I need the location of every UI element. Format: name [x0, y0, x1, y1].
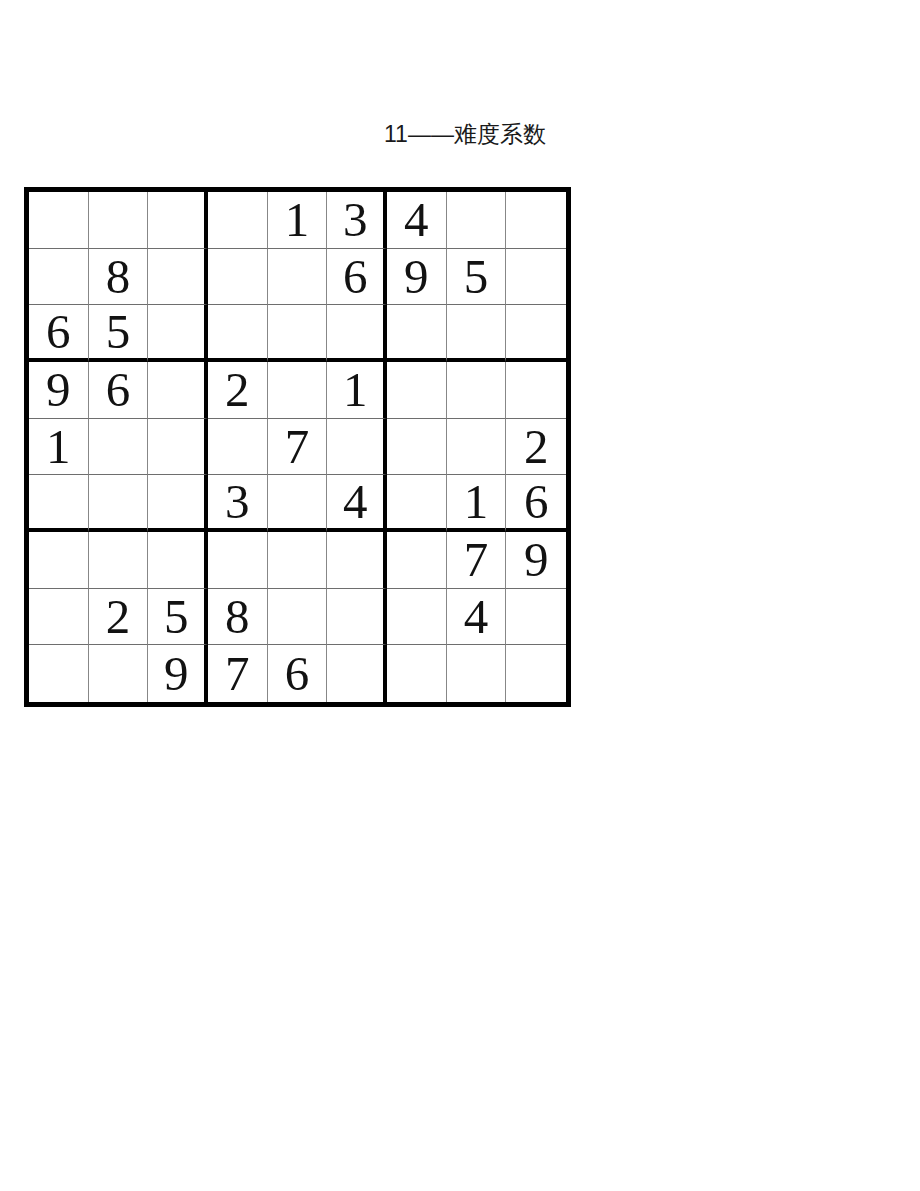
cell-r8c6[interactable]: [327, 589, 387, 646]
cell-r2c5[interactable]: [268, 249, 328, 306]
cell-r4c8[interactable]: [447, 362, 507, 419]
cell-r5c6[interactable]: [327, 419, 387, 476]
cell-r1c8[interactable]: [447, 192, 507, 249]
cell-r6c5[interactable]: [268, 475, 328, 532]
cell-r3c5[interactable]: [268, 305, 328, 362]
cell-r8c8[interactable]: 4: [447, 589, 507, 646]
cell-r1c6[interactable]: 3: [327, 192, 387, 249]
cell-r9c2[interactable]: [89, 645, 149, 702]
cell-r9c7[interactable]: [387, 645, 447, 702]
cell-r5c3[interactable]: [148, 419, 208, 476]
cell-r3c2[interactable]: 5: [89, 305, 149, 362]
cell-r1c9[interactable]: [506, 192, 566, 249]
cell-r6c3[interactable]: [148, 475, 208, 532]
cell-r5c5[interactable]: 7: [268, 419, 328, 476]
cell-r8c2[interactable]: 2: [89, 589, 149, 646]
cell-r7c2[interactable]: [89, 532, 149, 589]
cell-r5c7[interactable]: [387, 419, 447, 476]
cell-r4c1[interactable]: 9: [29, 362, 89, 419]
cell-r3c8[interactable]: [447, 305, 507, 362]
cell-r3c1[interactable]: 6: [29, 305, 89, 362]
cell-r4c5[interactable]: [268, 362, 328, 419]
cell-r1c1[interactable]: [29, 192, 89, 249]
cell-r6c7[interactable]: [387, 475, 447, 532]
cell-r8c1[interactable]: [29, 589, 89, 646]
cell-r5c4[interactable]: [208, 419, 268, 476]
cell-r2c7[interactable]: 9: [387, 249, 447, 306]
cell-r5c9[interactable]: 2: [506, 419, 566, 476]
cell-r6c1[interactable]: [29, 475, 89, 532]
cell-r1c5[interactable]: 1: [268, 192, 328, 249]
cell-r7c6[interactable]: [327, 532, 387, 589]
sudoku-board: 13486956596211723416792584976: [24, 187, 571, 707]
cell-r1c2[interactable]: [89, 192, 149, 249]
cell-r9c4[interactable]: 7: [208, 645, 268, 702]
cell-r9c6[interactable]: [327, 645, 387, 702]
cell-r7c9[interactable]: 9: [506, 532, 566, 589]
cell-r3c9[interactable]: [506, 305, 566, 362]
cell-r8c9[interactable]: [506, 589, 566, 646]
cell-r4c6[interactable]: 1: [327, 362, 387, 419]
cell-r6c4[interactable]: 3: [208, 475, 268, 532]
cell-r8c3[interactable]: 5: [148, 589, 208, 646]
cell-r4c3[interactable]: [148, 362, 208, 419]
cell-r1c7[interactable]: 4: [387, 192, 447, 249]
cell-r4c4[interactable]: 2: [208, 362, 268, 419]
cell-r4c9[interactable]: [506, 362, 566, 419]
cell-r1c4[interactable]: [208, 192, 268, 249]
cell-r5c2[interactable]: [89, 419, 149, 476]
cell-r9c5[interactable]: 6: [268, 645, 328, 702]
cell-r2c1[interactable]: [29, 249, 89, 306]
cell-r3c7[interactable]: [387, 305, 447, 362]
cell-r5c8[interactable]: [447, 419, 507, 476]
cell-r9c8[interactable]: [447, 645, 507, 702]
cell-r7c3[interactable]: [148, 532, 208, 589]
cell-r8c4[interactable]: 8: [208, 589, 268, 646]
cell-r9c1[interactable]: [29, 645, 89, 702]
cell-r3c3[interactable]: [148, 305, 208, 362]
cell-r5c1[interactable]: 1: [29, 419, 89, 476]
cell-r6c8[interactable]: 1: [447, 475, 507, 532]
cell-r8c7[interactable]: [387, 589, 447, 646]
cell-r3c6[interactable]: [327, 305, 387, 362]
cell-r6c2[interactable]: [89, 475, 149, 532]
cell-r6c9[interactable]: 6: [506, 475, 566, 532]
cell-r2c3[interactable]: [148, 249, 208, 306]
cell-r9c3[interactable]: 9: [148, 645, 208, 702]
cell-r9c9[interactable]: [506, 645, 566, 702]
cell-r7c7[interactable]: [387, 532, 447, 589]
cell-r2c9[interactable]: [506, 249, 566, 306]
page-title: 11——难度系数: [384, 121, 546, 147]
cell-r7c8[interactable]: 7: [447, 532, 507, 589]
cell-r2c4[interactable]: [208, 249, 268, 306]
cell-r7c5[interactable]: [268, 532, 328, 589]
cell-r4c7[interactable]: [387, 362, 447, 419]
cell-r8c5[interactable]: [268, 589, 328, 646]
cell-r7c4[interactable]: [208, 532, 268, 589]
cell-r2c2[interactable]: 8: [89, 249, 149, 306]
cell-r1c3[interactable]: [148, 192, 208, 249]
cell-r6c6[interactable]: 4: [327, 475, 387, 532]
cell-r2c6[interactable]: 6: [327, 249, 387, 306]
cell-r3c4[interactable]: [208, 305, 268, 362]
cell-r2c8[interactable]: 5: [447, 249, 507, 306]
cell-r7c1[interactable]: [29, 532, 89, 589]
cell-r4c2[interactable]: 6: [89, 362, 149, 419]
